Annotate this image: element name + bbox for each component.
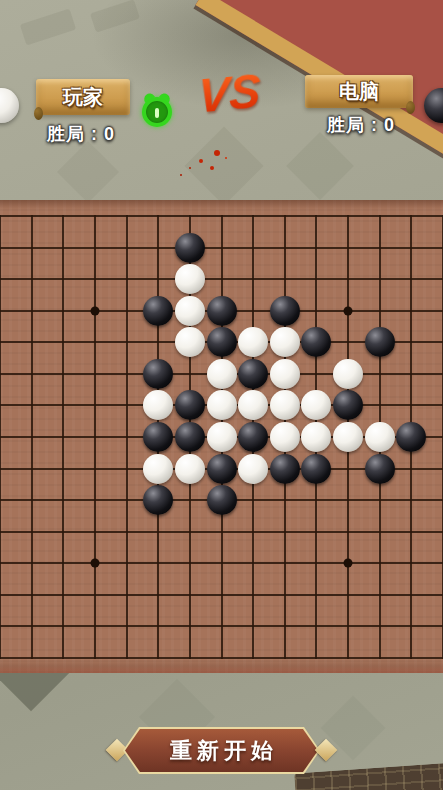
vs-splatter-decoration (214, 150, 220, 156)
black-stone (143, 296, 173, 326)
white-stone (270, 390, 300, 420)
bg-tile (286, 132, 354, 200)
black-stone (365, 454, 395, 484)
star-point (344, 306, 353, 315)
white-stone (333, 422, 363, 452)
restart-button-label: 重新开始 (165, 736, 278, 766)
white-stone (270, 422, 300, 452)
board-grid[interactable] (0, 216, 443, 658)
black-stone (333, 390, 363, 420)
banner-curl (406, 101, 415, 114)
star-point (90, 306, 99, 315)
computer-name-banner: 电脑 (305, 75, 413, 108)
clock-hand (155, 108, 159, 118)
black-stone (175, 390, 205, 420)
white-stone (175, 327, 205, 357)
player-name-banner: 玩家 (36, 79, 130, 115)
black-stone (207, 296, 237, 326)
white-stone (207, 422, 237, 452)
star-point (344, 559, 353, 568)
white-stone (238, 454, 268, 484)
white-stone (270, 327, 300, 357)
lattice-decoration (294, 762, 443, 790)
black-stone (175, 422, 205, 452)
black-stone (143, 359, 173, 389)
black-stone (301, 327, 331, 357)
restart-button-face: 重新开始 (125, 729, 318, 772)
bg-tile (20, 9, 76, 46)
white-stone (143, 390, 173, 420)
turn-timer-clock-icon (141, 96, 173, 128)
black-stone (207, 327, 237, 357)
clock-face (142, 97, 172, 127)
player-score: 胜局 : 0 (47, 122, 115, 146)
black-stone (238, 359, 268, 389)
banner-curl (34, 107, 43, 120)
white-stone (175, 296, 205, 326)
white-stone (301, 390, 331, 420)
white-stone (175, 454, 205, 484)
gomoku-board[interactable] (0, 200, 443, 673)
white-stone (270, 359, 300, 389)
star-point (90, 559, 99, 568)
white-stone (207, 390, 237, 420)
black-stone (175, 233, 205, 263)
white-stone (238, 327, 268, 357)
black-stone (301, 454, 331, 484)
white-stone (238, 390, 268, 420)
computer-name: 电脑 (305, 75, 413, 108)
black-stone (143, 485, 173, 515)
white-stone (175, 264, 205, 294)
black-stone (207, 454, 237, 484)
black-stone (270, 454, 300, 484)
black-stone (396, 422, 426, 452)
computer-score: 胜局 : 0 (327, 113, 395, 137)
black-stone (238, 422, 268, 452)
restart-button[interactable]: 重新开始 (123, 727, 320, 774)
white-stone (143, 454, 173, 484)
vs-label: VS (193, 63, 264, 154)
black-stone (143, 422, 173, 452)
white-stone (365, 422, 395, 452)
game-screen: 玩家 胜局 : 0 VS 电脑 胜局 : 0 重新开始 (0, 0, 443, 790)
bg-tile (57, 141, 119, 203)
black-stone (365, 327, 395, 357)
player-stone-icon (0, 88, 19, 123)
black-stone (207, 485, 237, 515)
black-stone (270, 296, 300, 326)
white-stone (207, 359, 237, 389)
white-stone (333, 359, 363, 389)
player-name: 玩家 (36, 79, 130, 115)
white-stone (301, 422, 331, 452)
